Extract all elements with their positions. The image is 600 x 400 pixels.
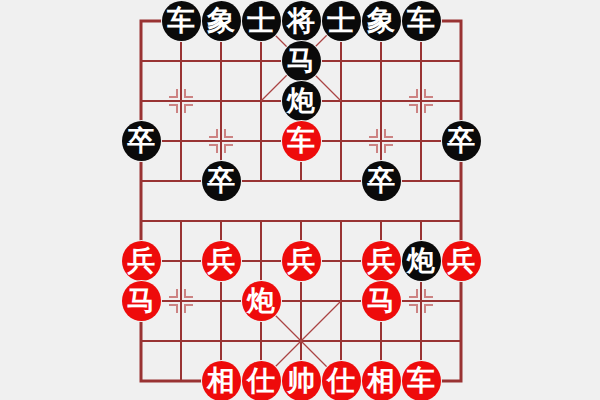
piece-red-advisor[interactable]: 仕 [322, 361, 361, 400]
piece-black-advisor[interactable]: 士 [242, 1, 281, 41]
piece-red-general[interactable]: 帅 [282, 361, 321, 400]
piece-black-horse[interactable]: 马 [282, 41, 321, 81]
piece-black-chariot[interactable]: 车 [402, 1, 441, 41]
piece-red-chariot[interactable]: 车 [402, 361, 441, 400]
piece-black-soldier[interactable]: 卒 [362, 161, 401, 201]
piece-black-general[interactable]: 将 [282, 1, 321, 41]
piece-red-soldier[interactable]: 兵 [282, 241, 321, 281]
piece-red-soldier[interactable]: 兵 [202, 241, 241, 281]
piece-black-soldier[interactable]: 卒 [442, 121, 481, 161]
piece-black-soldier[interactable]: 卒 [202, 161, 241, 201]
piece-red-horse[interactable]: 马 [362, 281, 401, 321]
piece-black-elephant[interactable]: 象 [202, 1, 241, 41]
piece-black-cannon[interactable]: 炮 [402, 241, 441, 281]
piece-red-chariot[interactable]: 车 [282, 121, 321, 161]
piece-red-elephant[interactable]: 相 [362, 361, 401, 400]
piece-black-chariot[interactable]: 车 [162, 1, 201, 41]
piece-red-horse[interactable]: 马 [122, 281, 161, 321]
piece-red-advisor[interactable]: 仕 [242, 361, 281, 400]
piece-red-cannon[interactable]: 炮 [242, 281, 281, 321]
piece-black-elephant[interactable]: 象 [362, 1, 401, 41]
piece-red-soldier[interactable]: 兵 [122, 241, 161, 281]
piece-red-soldier[interactable]: 兵 [362, 241, 401, 281]
piece-red-soldier[interactable]: 兵 [442, 241, 481, 281]
piece-black-cannon[interactable]: 炮 [282, 81, 321, 121]
piece-red-elephant[interactable]: 相 [202, 361, 241, 400]
piece-black-advisor[interactable]: 士 [322, 1, 361, 41]
piece-black-soldier[interactable]: 卒 [122, 121, 161, 161]
pieces-layer: 车象士将士象车马炮卒车卒卒卒兵兵兵兵炮兵马炮马相仕帅仕相车 [121, 1, 481, 400]
xiangqi-game-screen: 车象士将士象车马炮卒车卒卒卒兵兵兵兵炮兵马炮马相仕帅仕相车 [0, 0, 600, 400]
